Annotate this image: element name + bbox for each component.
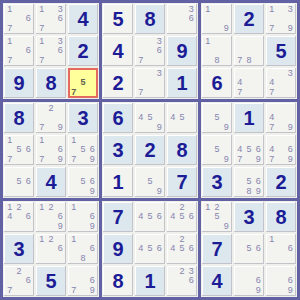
- cell-r4c4[interactable]: 6: [103, 103, 133, 133]
- candidate-7: [136, 222, 145, 231]
- candidate-6: 6: [187, 14, 196, 23]
- cell-r2c5[interactable]: 367: [135, 36, 165, 66]
- candidate-3: [254, 69, 263, 78]
- pencil-marks: 45679: [235, 136, 263, 164]
- cell-r7c8[interactable]: 3: [234, 202, 264, 232]
- candidate-4: 4: [136, 212, 145, 221]
- candidate-5: 5: [177, 212, 186, 221]
- candidate-4: 4: [168, 113, 177, 122]
- cell-r8c1[interactable]: 3: [4, 234, 34, 264]
- cell-r8c2[interactable]: 126: [36, 234, 66, 264]
- cell-r6c3[interactable]: 569: [68, 167, 98, 197]
- candidate-1: [168, 5, 177, 14]
- candidate-8: [276, 155, 285, 164]
- candidate-9: [286, 88, 295, 97]
- candidate-7: [37, 254, 46, 263]
- cell-r4c5[interactable]: 459: [135, 103, 165, 133]
- cell-r3c3-selected[interactable]: 57: [68, 68, 98, 98]
- candidate-1: [235, 168, 244, 177]
- cell-r1c4[interactable]: 5: [103, 4, 133, 34]
- candidate-8: [78, 187, 87, 196]
- candidate-1: [267, 267, 276, 276]
- candidate-7: 7: [69, 155, 78, 164]
- candidate-9: [88, 254, 97, 263]
- candidate-4: [69, 212, 78, 221]
- candidate-3: [187, 104, 196, 113]
- pencil-marks: 37: [136, 69, 164, 97]
- pencil-marks: 56: [5, 168, 33, 196]
- candidate-4: [168, 276, 177, 285]
- candidate-3: 3: [286, 5, 295, 14]
- candidate-8: [145, 187, 154, 196]
- box-2-1: 827931567167915679564569: [3, 102, 99, 198]
- cell-r2c4[interactable]: 4: [103, 36, 133, 66]
- candidate-5: [14, 46, 23, 55]
- cell-r8c8[interactable]: 56: [234, 234, 264, 264]
- cell-r5c4[interactable]: 3: [103, 135, 133, 165]
- candidate-9: [24, 286, 33, 295]
- candidate-4: [203, 145, 212, 154]
- candidate-9: 9: [222, 123, 231, 132]
- candidate-8: [145, 56, 154, 65]
- candidate-6: [254, 46, 263, 55]
- candidate-4: 4: [168, 244, 177, 253]
- candidate-5: [46, 14, 55, 23]
- cell-r9c3[interactable]: 679: [68, 266, 98, 296]
- pencil-marks: 456: [136, 203, 164, 231]
- candidate-4: 4: [168, 212, 177, 221]
- candidate-2: [46, 37, 55, 46]
- pencil-marks: 479: [267, 104, 295, 132]
- pencil-marks: 169: [69, 203, 97, 231]
- candidate-1: 1: [5, 5, 14, 14]
- pencil-marks: 59: [203, 104, 231, 132]
- candidate-9: [187, 222, 196, 231]
- cell-r8c6[interactable]: 2456: [167, 234, 197, 264]
- cell-r1c2[interactable]: 1367: [36, 4, 66, 34]
- cell-r7c6[interactable]: 2456: [167, 202, 197, 232]
- candidate-1: 1: [37, 235, 46, 244]
- candidate-6: [155, 78, 164, 87]
- pencil-marks: 47: [235, 69, 263, 97]
- cell-r8c9[interactable]: 16: [266, 234, 296, 264]
- given-digit: 3: [243, 207, 254, 227]
- candidate-8: [177, 222, 186, 231]
- cell-r7c4[interactable]: 7: [103, 202, 133, 232]
- pencil-marks: 569: [69, 168, 97, 196]
- candidate-8: 8: [244, 56, 253, 65]
- candidate-1: [69, 267, 78, 276]
- cell-r8c4[interactable]: 9: [103, 234, 133, 264]
- candidate-5: [14, 14, 23, 23]
- candidate-5: [46, 212, 55, 221]
- box-3-2: 745624569456245681236: [102, 201, 198, 297]
- cell-r9c8[interactable]: 69: [234, 266, 264, 296]
- candidate-8: 8: [212, 56, 221, 65]
- pencil-marks: 1379: [267, 5, 295, 33]
- candidate-6: [286, 78, 295, 87]
- candidate-2: 2: [46, 203, 55, 212]
- cell-r7c7[interactable]: 1259: [202, 202, 232, 232]
- cell-r3c7[interactable]: 6: [202, 68, 232, 98]
- candidate-5: [177, 14, 186, 23]
- candidate-1: [37, 104, 46, 113]
- candidate-8: [14, 222, 23, 231]
- pencil-marks: 2456: [168, 235, 196, 263]
- candidate-5: 5: [212, 145, 221, 154]
- candidate-1: 1: [37, 136, 46, 145]
- cell-r9c4[interactable]: 8: [103, 266, 133, 296]
- candidate-3: 3: [286, 69, 295, 78]
- cell-r3c4[interactable]: 2: [103, 68, 133, 98]
- candidate-9: [155, 254, 164, 263]
- cell-r1c9[interactable]: 1379: [266, 4, 296, 34]
- candidate-5: 5: [145, 177, 154, 186]
- candidate-8: [14, 155, 23, 164]
- cell-r4c6[interactable]: 45: [167, 103, 197, 133]
- given-digit: 4: [211, 271, 222, 291]
- cell-r1c8[interactable]: 2: [234, 4, 264, 34]
- candidate-6: 6: [24, 14, 33, 23]
- cell-r4c7[interactable]: 59: [202, 103, 232, 133]
- candidate-4: [203, 46, 212, 55]
- candidate-3: [254, 37, 263, 46]
- cell-r1c7[interactable]: 19: [202, 4, 232, 34]
- candidate-2: [145, 69, 154, 78]
- candidate-9: 9: [222, 222, 231, 231]
- candidate-3: [155, 168, 164, 177]
- cell-r5c6[interactable]: 8: [167, 135, 197, 165]
- candidate-8: [212, 155, 221, 164]
- candidate-9: [155, 222, 164, 231]
- candidate-8: [78, 155, 87, 164]
- cell-r2c8[interactable]: 78: [234, 36, 264, 66]
- cell-r5c1[interactable]: 1567: [4, 135, 34, 165]
- candidate-7: [235, 286, 244, 295]
- candidate-7: [136, 254, 145, 263]
- candidate-4: [5, 177, 14, 186]
- candidate-2: 2: [14, 267, 23, 276]
- candidate-1: [235, 37, 244, 46]
- cell-r6c1[interactable]: 56: [4, 167, 34, 197]
- candidate-9: [56, 24, 65, 33]
- given-digit: 1: [144, 271, 155, 291]
- candidate-9: [187, 254, 196, 263]
- candidate-9: [187, 24, 196, 33]
- pencil-marks: 1246: [5, 203, 33, 231]
- pencil-marks: 19: [203, 5, 231, 33]
- candidate-6: [88, 78, 97, 87]
- cell-r2c6[interactable]: 9: [167, 36, 197, 66]
- cell-r4c8[interactable]: 1: [234, 103, 264, 133]
- cell-r6c5[interactable]: 59: [135, 167, 165, 197]
- box-2-3: 59147959456794679356892: [201, 102, 297, 198]
- candidate-1: 1: [267, 235, 276, 244]
- candidate-3: [222, 5, 231, 14]
- candidate-9: [24, 155, 33, 164]
- candidate-2: [78, 267, 87, 276]
- candidate-1: 1: [267, 5, 276, 14]
- candidate-5: [276, 14, 285, 23]
- candidate-2: [276, 69, 285, 78]
- cell-r4c9[interactable]: 479: [266, 103, 296, 133]
- cell-r7c2[interactable]: 1269: [36, 202, 66, 232]
- cell-r9c2[interactable]: 5: [36, 266, 66, 296]
- pencil-marks: 45: [168, 104, 196, 132]
- candidate-5: 5: [78, 78, 87, 87]
- candidate-5: [177, 276, 186, 285]
- candidate-5: [46, 145, 55, 154]
- cell-r4c3[interactable]: 3: [68, 103, 98, 133]
- box-2-2: 6459453281597: [102, 102, 198, 198]
- cell-r1c1[interactable]: 167: [4, 4, 34, 34]
- cell-r1c3[interactable]: 4: [68, 4, 98, 34]
- candidate-8: [14, 286, 23, 295]
- candidate-2: [276, 235, 285, 244]
- candidate-8: [14, 187, 23, 196]
- candidate-9: 9: [88, 222, 97, 231]
- candidate-3: [222, 203, 231, 212]
- candidate-9: [155, 56, 164, 65]
- candidate-8: [14, 56, 23, 65]
- cell-r7c1[interactable]: 1246: [4, 202, 34, 232]
- candidate-6: 6: [24, 145, 33, 154]
- pencil-marks: 267: [5, 267, 33, 295]
- given-digit: 8: [13, 108, 24, 128]
- cell-r7c5[interactable]: 456: [135, 202, 165, 232]
- candidate-1: [136, 69, 145, 78]
- candidate-6: 6: [155, 212, 164, 221]
- candidate-2: [212, 37, 221, 46]
- candidate-5: 5: [14, 145, 23, 154]
- pencil-marks: 367: [136, 37, 164, 65]
- candidate-6: 6: [24, 276, 33, 285]
- cell-r2c3[interactable]: 2: [68, 36, 98, 66]
- cell-r3c5[interactable]: 37: [135, 68, 165, 98]
- candidate-7: 7: [136, 88, 145, 97]
- cell-r3c2[interactable]: 8: [36, 68, 66, 98]
- given-digit: 1: [176, 73, 187, 93]
- candidate-3: [222, 37, 231, 46]
- candidate-9: [222, 56, 231, 65]
- candidate-5: [46, 244, 55, 253]
- given-digit: 2: [275, 172, 286, 192]
- candidate-7: 7: [136, 56, 145, 65]
- pencil-marks: 347: [267, 69, 295, 97]
- candidate-9: 9: [56, 222, 65, 231]
- candidate-5: 5: [212, 212, 221, 221]
- pencil-marks: 167: [5, 37, 33, 65]
- cell-r2c1[interactable]: 167: [4, 36, 34, 66]
- candidate-1: [136, 37, 145, 46]
- pencil-marks: 78: [235, 37, 263, 65]
- cell-r5c5[interactable]: 2: [135, 135, 165, 165]
- candidate-8: 8: [244, 187, 253, 196]
- pencil-marks: 69: [235, 267, 263, 295]
- candidate-9: [88, 88, 97, 97]
- candidate-1: 1: [37, 203, 46, 212]
- cell-r2c7[interactable]: 18: [202, 36, 232, 66]
- candidate-2: [276, 5, 285, 14]
- candidate-7: [267, 254, 276, 263]
- given-digit: 9: [13, 73, 24, 93]
- candidate-7: 7: [267, 88, 276, 97]
- cell-r5c3[interactable]: 15679: [68, 135, 98, 165]
- cell-r6c2[interactable]: 4: [36, 167, 66, 197]
- candidate-7: [203, 222, 212, 231]
- candidate-9: 9: [286, 24, 295, 33]
- candidate-4: [69, 177, 78, 186]
- candidate-1: 1: [69, 235, 78, 244]
- sudoku-board: 1671367416713672985758364367923711921379…: [0, 0, 300, 300]
- cell-r3c9[interactable]: 347: [266, 68, 296, 98]
- candidate-1: [5, 168, 14, 177]
- given-digit: 2: [144, 140, 155, 160]
- given-digit: 7: [176, 172, 187, 192]
- candidate-6: [187, 113, 196, 122]
- given-digit: 9: [112, 239, 123, 259]
- candidate-5: 5: [145, 244, 154, 253]
- candidate-2: [276, 104, 285, 113]
- candidate-8: [145, 123, 154, 132]
- given-digit: 8: [45, 73, 56, 93]
- cell-r8c5[interactable]: 456: [135, 234, 165, 264]
- cell-r9c7[interactable]: 4: [202, 266, 232, 296]
- candidate-3: [56, 104, 65, 113]
- candidate-3: [222, 104, 231, 113]
- given-digit: 3: [112, 140, 123, 160]
- candidate-5: [244, 276, 253, 285]
- candidate-9: 9: [56, 155, 65, 164]
- cell-r3c8[interactable]: 47: [234, 68, 264, 98]
- cell-r5c2[interactable]: 1679: [36, 135, 66, 165]
- cell-r2c9[interactable]: 5: [266, 36, 296, 66]
- candidate-9: 9: [88, 155, 97, 164]
- candidate-9: 9: [56, 123, 65, 132]
- pencil-marks: 1269: [37, 203, 65, 231]
- candidate-7: [69, 187, 78, 196]
- candidate-8: [276, 88, 285, 97]
- candidate-9: [286, 254, 295, 263]
- box-1-2: 5836436792371: [102, 3, 198, 99]
- solved-digit: 8: [112, 271, 123, 291]
- pencil-marks: 126: [37, 235, 65, 263]
- pencil-marks: 459: [136, 104, 164, 132]
- box-1-3: 192137918785647347: [201, 3, 297, 99]
- candidate-6: 6: [187, 212, 196, 221]
- solved-digit: 1: [112, 172, 123, 192]
- pencil-marks: 59: [136, 168, 164, 196]
- candidate-8: 8: [78, 254, 87, 263]
- candidate-2: [244, 69, 253, 78]
- cell-r6c6[interactable]: 7: [167, 167, 197, 197]
- candidate-6: 6: [155, 46, 164, 55]
- cell-r9c5[interactable]: 1: [135, 266, 165, 296]
- candidate-6: 6: [24, 46, 33, 55]
- candidate-9: 9: [222, 24, 231, 33]
- given-digit: 2: [77, 41, 88, 61]
- cell-r8c7[interactable]: 7: [202, 234, 232, 264]
- candidate-7: [69, 222, 78, 231]
- cell-r5c8[interactable]: 45679: [234, 135, 264, 165]
- cell-r4c2[interactable]: 279: [36, 103, 66, 133]
- cell-r4c1[interactable]: 8: [4, 103, 34, 133]
- cell-r2c2[interactable]: 1367: [36, 36, 66, 66]
- cell-r3c6[interactable]: 1: [167, 68, 197, 98]
- given-digit: 5: [275, 41, 286, 61]
- candidate-7: 7: [69, 88, 78, 97]
- candidate-2: [145, 37, 154, 46]
- cell-r7c9[interactable]: 8: [266, 202, 296, 232]
- candidate-5: 5: [145, 113, 154, 122]
- candidate-9: 9: [286, 155, 295, 164]
- candidate-4: [203, 14, 212, 23]
- cell-r6c9[interactable]: 2: [266, 167, 296, 197]
- solved-digit: 6: [211, 73, 222, 93]
- given-digit: 4: [45, 172, 56, 192]
- candidate-7: [69, 254, 78, 263]
- candidate-9: [56, 56, 65, 65]
- cell-r6c8[interactable]: 5689: [234, 167, 264, 197]
- cell-r1c5[interactable]: 8: [135, 4, 165, 34]
- candidate-3: 3: [155, 69, 164, 78]
- candidate-6: [254, 78, 263, 87]
- given-digit: 6: [112, 108, 123, 128]
- candidate-8: [46, 123, 55, 132]
- candidate-3: [286, 104, 295, 113]
- pencil-marks: 56: [235, 235, 263, 263]
- cell-r6c4[interactable]: 1: [103, 167, 133, 197]
- candidate-2: [46, 136, 55, 145]
- given-digit: 2: [243, 9, 254, 29]
- box-3-1: 1246126916931261682675679: [3, 201, 99, 297]
- candidate-9: [187, 286, 196, 295]
- given-digit: 9: [176, 41, 187, 61]
- pencil-marks: 18: [203, 37, 231, 65]
- candidate-4: [235, 177, 244, 186]
- candidate-7: [203, 155, 212, 164]
- cell-r9c9[interactable]: 69: [266, 266, 296, 296]
- candidate-7: [203, 56, 212, 65]
- candidate-5: 5: [212, 113, 221, 122]
- candidate-8: [276, 24, 285, 33]
- cell-r9c6[interactable]: 236: [167, 266, 197, 296]
- given-digit: 8: [144, 9, 155, 29]
- candidate-5: [276, 113, 285, 122]
- pencil-marks: 679: [69, 267, 97, 295]
- candidate-5: [244, 78, 253, 87]
- cell-r9c1[interactable]: 267: [4, 266, 34, 296]
- candidate-7: [168, 254, 177, 263]
- cell-r6c7[interactable]: 3: [202, 167, 232, 197]
- candidate-4: [69, 244, 78, 253]
- candidate-1: 1: [5, 37, 14, 46]
- cell-r1c6[interactable]: 36: [167, 4, 197, 34]
- cell-r7c3[interactable]: 169: [68, 202, 98, 232]
- candidate-7: 7: [5, 155, 14, 164]
- candidate-9: [24, 24, 33, 33]
- cell-r5c7[interactable]: 59: [202, 135, 232, 165]
- cell-r8c3[interactable]: 168: [68, 234, 98, 264]
- candidate-8: [78, 88, 87, 97]
- cell-r5c9[interactable]: 4679: [266, 135, 296, 165]
- pencil-marks: 4679: [267, 136, 295, 164]
- cell-r3c1[interactable]: 9: [4, 68, 34, 98]
- candidate-5: [276, 78, 285, 87]
- candidate-7: 7: [5, 24, 14, 33]
- candidate-7: [136, 123, 145, 132]
- candidate-7: 7: [235, 155, 244, 164]
